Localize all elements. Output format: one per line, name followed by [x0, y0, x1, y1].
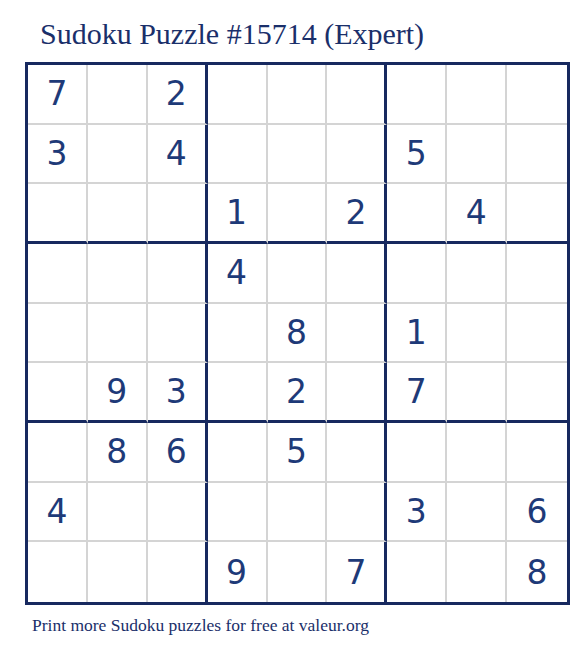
sudoku-board: 723451244819327865436978 [25, 62, 570, 605]
cell-r8c9[interactable]: 6 [507, 483, 567, 543]
cell-r8c5[interactable] [268, 483, 328, 543]
cell-r2c3[interactable]: 4 [148, 125, 208, 185]
sudoku-page: Sudoku Puzzle #15714 (Expert) 7234512448… [0, 0, 580, 651]
cell-r1c6[interactable] [327, 65, 387, 125]
cell-r7c2[interactable]: 8 [88, 423, 148, 483]
cell-r1c8[interactable] [447, 65, 507, 125]
cell-r3c9[interactable] [507, 184, 567, 244]
cell-r8c2[interactable] [88, 483, 148, 543]
cell-r1c1[interactable]: 7 [28, 65, 88, 125]
cell-r1c4[interactable] [208, 65, 268, 125]
cell-r6c2[interactable]: 9 [88, 363, 148, 423]
cell-r3c5[interactable] [268, 184, 328, 244]
cell-r1c3[interactable]: 2 [148, 65, 208, 125]
cell-r5c6[interactable] [327, 304, 387, 364]
cell-r4c4[interactable]: 4 [208, 244, 268, 304]
cell-r4c6[interactable] [327, 244, 387, 304]
cell-r7c5[interactable]: 5 [268, 423, 328, 483]
cell-r8c1[interactable]: 4 [28, 483, 88, 543]
cell-r4c8[interactable] [447, 244, 507, 304]
cell-r7c1[interactable] [28, 423, 88, 483]
cell-r3c7[interactable] [387, 184, 447, 244]
cell-r2c8[interactable] [447, 125, 507, 185]
cell-r8c4[interactable] [208, 483, 268, 543]
cell-r3c8[interactable]: 4 [447, 184, 507, 244]
cell-r7c4[interactable] [208, 423, 268, 483]
cell-r6c1[interactable] [28, 363, 88, 423]
cell-r5c1[interactable] [28, 304, 88, 364]
page-title: Sudoku Puzzle #15714 (Expert) [40, 17, 424, 51]
cell-r6c7[interactable]: 7 [387, 363, 447, 423]
cell-r8c7[interactable]: 3 [387, 483, 447, 543]
cell-r5c7[interactable]: 1 [387, 304, 447, 364]
cell-r6c6[interactable] [327, 363, 387, 423]
cell-r1c2[interactable] [88, 65, 148, 125]
cell-r9c5[interactable] [268, 542, 328, 602]
cell-r6c5[interactable]: 2 [268, 363, 328, 423]
footer-text: Print more Sudoku puzzles for free at va… [32, 615, 369, 636]
cell-r2c7[interactable]: 5 [387, 125, 447, 185]
cell-r6c3[interactable]: 3 [148, 363, 208, 423]
cell-r2c5[interactable] [268, 125, 328, 185]
cell-r9c3[interactable] [148, 542, 208, 602]
cell-r6c4[interactable] [208, 363, 268, 423]
cell-r7c6[interactable] [327, 423, 387, 483]
cell-r6c9[interactable] [507, 363, 567, 423]
cell-r1c5[interactable] [268, 65, 328, 125]
cell-r8c3[interactable] [148, 483, 208, 543]
cell-r2c6[interactable] [327, 125, 387, 185]
cell-r4c1[interactable] [28, 244, 88, 304]
cell-r3c6[interactable]: 2 [327, 184, 387, 244]
cell-r5c2[interactable] [88, 304, 148, 364]
cell-r9c2[interactable] [88, 542, 148, 602]
cell-r8c8[interactable] [447, 483, 507, 543]
cell-r9c6[interactable]: 7 [327, 542, 387, 602]
cell-r9c8[interactable] [447, 542, 507, 602]
cell-r1c9[interactable] [507, 65, 567, 125]
cell-r3c3[interactable] [148, 184, 208, 244]
cell-r6c8[interactable] [447, 363, 507, 423]
cell-r7c9[interactable] [507, 423, 567, 483]
cell-r7c3[interactable]: 6 [148, 423, 208, 483]
cell-r4c7[interactable] [387, 244, 447, 304]
cell-r4c3[interactable] [148, 244, 208, 304]
cell-r4c2[interactable] [88, 244, 148, 304]
cell-r8c6[interactable] [327, 483, 387, 543]
cell-r7c7[interactable] [387, 423, 447, 483]
cell-r3c4[interactable]: 1 [208, 184, 268, 244]
cell-r2c4[interactable] [208, 125, 268, 185]
cell-r2c1[interactable]: 3 [28, 125, 88, 185]
cell-r4c9[interactable] [507, 244, 567, 304]
cell-r5c8[interactable] [447, 304, 507, 364]
cell-r9c4[interactable]: 9 [208, 542, 268, 602]
cell-r5c9[interactable] [507, 304, 567, 364]
cell-r2c2[interactable] [88, 125, 148, 185]
cell-r5c4[interactable] [208, 304, 268, 364]
cell-r2c9[interactable] [507, 125, 567, 185]
cell-r3c1[interactable] [28, 184, 88, 244]
cell-r4c5[interactable] [268, 244, 328, 304]
cell-r7c8[interactable] [447, 423, 507, 483]
cell-r9c1[interactable] [28, 542, 88, 602]
cell-r5c5[interactable]: 8 [268, 304, 328, 364]
cell-r9c7[interactable] [387, 542, 447, 602]
cell-r5c3[interactable] [148, 304, 208, 364]
cell-r9c9[interactable]: 8 [507, 542, 567, 602]
cell-r3c2[interactable] [88, 184, 148, 244]
cell-r1c7[interactable] [387, 65, 447, 125]
